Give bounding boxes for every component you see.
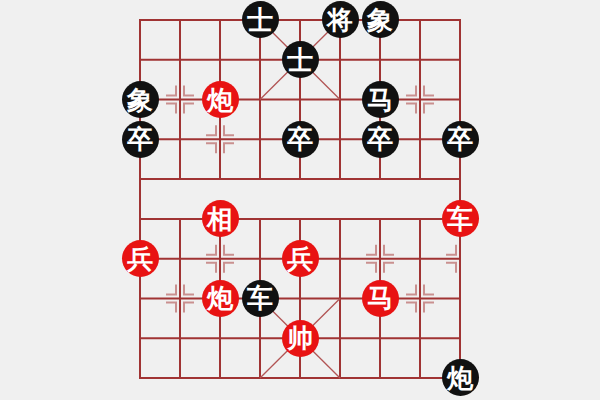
piece-black-general[interactable]: 将 (322, 1, 359, 38)
piece-black-elephant-2[interactable]: 象 (122, 81, 159, 118)
piece-black-cannon[interactable]: 炮 (442, 359, 479, 396)
piece-red-general[interactable]: 帅 (282, 320, 319, 357)
xiangqi-position-screenshot: 士将象士象炮马卒卒卒卒相车兵兵炮车马帅炮 (0, 0, 600, 400)
xiangqi-board[interactable]: 士将象士象炮马卒卒卒卒相车兵兵炮车马帅炮 (120, 0, 480, 398)
piece-black-pawn-3[interactable]: 卒 (362, 121, 399, 158)
piece-black-elephant-1[interactable]: 象 (362, 1, 399, 38)
piece-red-pawn-1[interactable]: 兵 (122, 240, 159, 277)
piece-black-pawn-2[interactable]: 卒 (282, 121, 319, 158)
piece-black-advisor-2[interactable]: 士 (282, 41, 319, 78)
piece-red-chariot[interactable]: 车 (442, 200, 479, 237)
piece-red-elephant[interactable]: 相 (202, 200, 239, 237)
piece-black-advisor-1[interactable]: 士 (242, 1, 279, 38)
piece-black-pawn-4[interactable]: 卒 (442, 121, 479, 158)
piece-red-pawn-2[interactable]: 兵 (282, 240, 319, 277)
piece-black-horse[interactable]: 马 (362, 81, 399, 118)
piece-black-pawn-1[interactable]: 卒 (122, 121, 159, 158)
piece-red-horse[interactable]: 马 (362, 280, 399, 317)
piece-red-cannon-2[interactable]: 炮 (202, 280, 239, 317)
piece-red-cannon-1[interactable]: 炮 (202, 81, 239, 118)
piece-black-chariot[interactable]: 车 (242, 280, 279, 317)
